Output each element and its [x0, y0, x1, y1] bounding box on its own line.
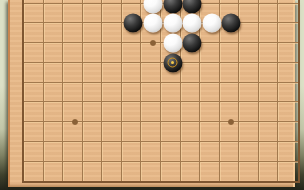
- board-cell[interactable]: [24, 23, 44, 43]
- board-cell[interactable]: [239, 122, 259, 142]
- board-cell[interactable]: [200, 83, 220, 103]
- board-cell[interactable]: [278, 122, 298, 142]
- board-cell[interactable]: [83, 122, 103, 142]
- board-cell[interactable]: [141, 122, 161, 142]
- board-cell[interactable]: [122, 142, 142, 162]
- board-cell[interactable]: [102, 83, 122, 103]
- board-cell[interactable]: [44, 142, 64, 162]
- board-cell[interactable]: [141, 102, 161, 122]
- board-cell[interactable]: [102, 142, 122, 162]
- board-cell[interactable]: [44, 4, 64, 24]
- board-cell[interactable]: [220, 162, 240, 182]
- board-cell[interactable]: [122, 63, 142, 83]
- board-cell[interactable]: [259, 162, 279, 182]
- board-cell[interactable]: [83, 23, 103, 43]
- board-cell[interactable]: [259, 4, 279, 24]
- board-cell[interactable]: [44, 162, 64, 182]
- board-cell[interactable]: [161, 83, 181, 103]
- board-cell[interactable]: [83, 4, 103, 24]
- board-cell[interactable]: [83, 142, 103, 162]
- board-cell[interactable]: [44, 23, 64, 43]
- board-cell[interactable]: [278, 142, 298, 162]
- board-cell[interactable]: [141, 83, 161, 103]
- board-cell[interactable]: [122, 122, 142, 142]
- board-cell[interactable]: [102, 63, 122, 83]
- board-cell[interactable]: [141, 43, 161, 63]
- black-stone: [183, 34, 202, 53]
- white-stone: [163, 14, 182, 33]
- board-cell[interactable]: [63, 23, 83, 43]
- board-cell[interactable]: [239, 63, 259, 83]
- board-cell[interactable]: [63, 162, 83, 182]
- board-cell[interactable]: [200, 102, 220, 122]
- board-cell[interactable]: [220, 122, 240, 142]
- board-cell[interactable]: [259, 23, 279, 43]
- board-cell[interactable]: [102, 122, 122, 142]
- board-cell[interactable]: [239, 43, 259, 63]
- board-cell[interactable]: [63, 4, 83, 24]
- board-cell[interactable]: [259, 43, 279, 63]
- board-cell[interactable]: [200, 122, 220, 142]
- black-stone: [124, 14, 143, 33]
- board-cell[interactable]: [239, 23, 259, 43]
- white-stone: [143, 14, 162, 33]
- star-point: [150, 40, 156, 46]
- white-stone: [183, 14, 202, 33]
- board-cell[interactable]: [220, 83, 240, 103]
- board-cell[interactable]: [239, 83, 259, 103]
- board-cell[interactable]: [122, 162, 142, 182]
- board-cell[interactable]: [278, 43, 298, 63]
- board-cell[interactable]: [24, 43, 44, 63]
- board-cell[interactable]: [239, 4, 259, 24]
- board-cell[interactable]: [83, 162, 103, 182]
- board-cell[interactable]: [259, 102, 279, 122]
- board-cell[interactable]: [278, 63, 298, 83]
- board-cell[interactable]: [24, 162, 44, 182]
- board-cell[interactable]: [24, 102, 44, 122]
- board-cell[interactable]: [220, 63, 240, 83]
- board-cell[interactable]: [63, 122, 83, 142]
- board-cell[interactable]: [122, 102, 142, 122]
- board-cell[interactable]: [122, 43, 142, 63]
- board-cell[interactable]: [63, 83, 83, 103]
- board-cell[interactable]: [259, 142, 279, 162]
- board-cell[interactable]: [63, 43, 83, 63]
- board-cell[interactable]: [220, 142, 240, 162]
- white-stone: [163, 34, 182, 53]
- board-cell[interactable]: [102, 4, 122, 24]
- board-cell[interactable]: [181, 83, 201, 103]
- board-cell[interactable]: [44, 43, 64, 63]
- board-cell[interactable]: [141, 142, 161, 162]
- board-cell[interactable]: [141, 63, 161, 83]
- board-cell[interactable]: [122, 83, 142, 103]
- board-cell[interactable]: [24, 83, 44, 103]
- board-cell[interactable]: [83, 43, 103, 63]
- star-point: [228, 119, 234, 125]
- board-cell[interactable]: [83, 102, 103, 122]
- board-cell[interactable]: [259, 122, 279, 142]
- board-cell[interactable]: [200, 63, 220, 83]
- board-cell[interactable]: [44, 63, 64, 83]
- board-cell[interactable]: [200, 142, 220, 162]
- board-cell[interactable]: [161, 142, 181, 162]
- board-cell[interactable]: [278, 162, 298, 182]
- board-cell[interactable]: [181, 162, 201, 182]
- board-cell[interactable]: [161, 102, 181, 122]
- black-stone: [163, 53, 182, 72]
- board-cell[interactable]: [239, 162, 259, 182]
- board-cell[interactable]: [44, 102, 64, 122]
- board-cell[interactable]: [83, 83, 103, 103]
- board-cell[interactable]: [141, 162, 161, 182]
- board-cell[interactable]: [181, 102, 201, 122]
- board-cell[interactable]: [278, 4, 298, 24]
- board-cell[interactable]: [102, 23, 122, 43]
- board-cell[interactable]: [278, 102, 298, 122]
- board-cell[interactable]: [44, 122, 64, 142]
- board-cell[interactable]: [83, 63, 103, 83]
- board-cell[interactable]: [24, 122, 44, 142]
- board-cell[interactable]: [44, 83, 64, 103]
- board-cell[interactable]: [200, 43, 220, 63]
- board-cell[interactable]: [200, 162, 220, 182]
- board-cell[interactable]: [278, 23, 298, 43]
- board-cell[interactable]: [24, 4, 44, 24]
- gomoku-app-viewport: [0, 0, 304, 190]
- board-cell[interactable]: [181, 142, 201, 162]
- board-cell[interactable]: [239, 142, 259, 162]
- board-cell[interactable]: [102, 162, 122, 182]
- black-stone: [222, 14, 241, 33]
- board-cell[interactable]: [278, 83, 298, 103]
- board-cell[interactable]: [161, 122, 181, 142]
- board-cell[interactable]: [63, 142, 83, 162]
- board-cell[interactable]: [220, 43, 240, 63]
- board-cell[interactable]: [24, 142, 44, 162]
- board-cell[interactable]: [259, 83, 279, 103]
- board-cell[interactable]: [161, 162, 181, 182]
- board-cell[interactable]: [181, 122, 201, 142]
- board-cell[interactable]: [24, 63, 44, 83]
- board-cell[interactable]: [181, 63, 201, 83]
- board-cell[interactable]: [102, 43, 122, 63]
- white-stone: [202, 14, 221, 33]
- board-cell[interactable]: [102, 102, 122, 122]
- star-point: [72, 119, 78, 125]
- last-move-marker: [168, 58, 178, 68]
- board-cell[interactable]: [63, 63, 83, 83]
- board-cell[interactable]: [259, 63, 279, 83]
- board-cell[interactable]: [239, 102, 259, 122]
